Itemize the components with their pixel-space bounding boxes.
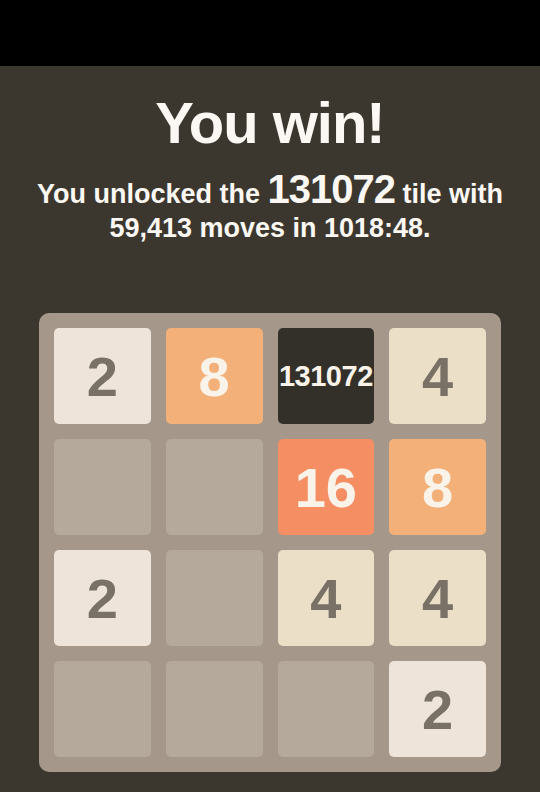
cell-empty-r3c2 [166,550,263,646]
unlocked-tile-value: 131072 [268,167,395,211]
status-bar [0,0,540,66]
tile-4-r1c4: 4 [389,328,486,424]
win-title: You win! [0,94,540,152]
tile-4-r3c3: 4 [278,550,375,646]
tile-2-r3c1: 2 [54,550,151,646]
cell-empty-r2c1 [54,439,151,535]
cell-empty-r4c2 [166,661,263,757]
tile-8-r2c4: 8 [389,439,486,535]
cell-empty-r4c1 [54,661,151,757]
win-message: You unlocked the 131072 tile with 59,413… [0,177,540,245]
cell-empty-r4c3 [278,661,375,757]
tile-8-r1c2: 8 [166,328,263,424]
tile-2-r1c1: 2 [54,328,151,424]
tile-131072-r1c3: 131072 [278,328,375,424]
cell-empty-r2c2 [166,439,263,535]
tile-4-r3c4: 4 [389,550,486,646]
tile-16-r2c3: 16 [278,439,375,535]
win-message-prefix: You unlocked the [37,179,260,209]
tile-2-r4c4: 2 [389,661,486,757]
win-message-line2: 59,413 moves in 1018:48. [109,213,430,243]
win-message-suffix: tile with [403,179,504,209]
game-board[interactable]: 2813107241682442 [39,313,501,772]
